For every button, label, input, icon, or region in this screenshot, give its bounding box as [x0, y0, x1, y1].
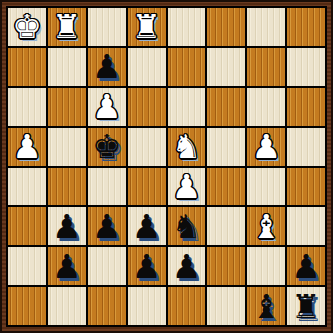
black-pawn[interactable]: ♟ [92, 50, 122, 83]
square-a2[interactable] [8, 247, 46, 285]
black-pawn[interactable]: ♟ [132, 250, 162, 283]
black-pawn[interactable]: ♟ [132, 210, 162, 243]
square-f5[interactable] [207, 128, 245, 166]
square-h3[interactable] [287, 207, 325, 245]
square-f1[interactable] [207, 287, 245, 325]
square-g6[interactable] [247, 88, 285, 126]
black-pawn[interactable]: ♟ [52, 210, 82, 243]
chess-board: ♚♜♜♟♟♟♚♞♟♟♟♟♟♞♝♟♟♟♟♝♜ [8, 8, 325, 325]
square-c8[interactable] [88, 8, 126, 46]
square-d4[interactable] [128, 168, 166, 206]
white-rook[interactable]: ♜ [52, 10, 82, 43]
white-pawn[interactable]: ♟ [12, 130, 42, 163]
square-b6[interactable] [48, 88, 86, 126]
square-b2[interactable]: ♟ [48, 247, 86, 285]
square-g3[interactable]: ♝ [247, 207, 285, 245]
square-d6[interactable] [128, 88, 166, 126]
square-c2[interactable] [88, 247, 126, 285]
square-f7[interactable] [207, 48, 245, 86]
square-f6[interactable] [207, 88, 245, 126]
black-pawn[interactable]: ♟ [291, 250, 321, 283]
square-h7[interactable] [287, 48, 325, 86]
square-g2[interactable] [247, 247, 285, 285]
white-king[interactable]: ♚ [12, 10, 42, 43]
square-c6[interactable]: ♟ [88, 88, 126, 126]
board-wood-frame: ♚♜♜♟♟♟♚♞♟♟♟♟♟♞♝♟♟♟♟♝♜ [2, 2, 331, 331]
black-king[interactable]: ♚ [92, 130, 122, 163]
square-c7[interactable]: ♟ [88, 48, 126, 86]
square-g7[interactable] [247, 48, 285, 86]
white-pawn[interactable]: ♟ [92, 90, 122, 123]
square-f3[interactable] [207, 207, 245, 245]
square-b1[interactable] [48, 287, 86, 325]
square-h5[interactable] [287, 128, 325, 166]
square-c1[interactable] [88, 287, 126, 325]
square-c3[interactable]: ♟ [88, 207, 126, 245]
square-d2[interactable]: ♟ [128, 247, 166, 285]
square-h2[interactable]: ♟ [287, 247, 325, 285]
square-b4[interactable] [48, 168, 86, 206]
square-e5[interactable]: ♞ [168, 128, 206, 166]
square-e2[interactable]: ♟ [168, 247, 206, 285]
square-h1[interactable]: ♜ [287, 287, 325, 325]
square-a5[interactable]: ♟ [8, 128, 46, 166]
square-a4[interactable] [8, 168, 46, 206]
black-rook[interactable]: ♜ [291, 290, 321, 323]
square-d8[interactable]: ♜ [128, 8, 166, 46]
white-rook[interactable]: ♜ [132, 10, 162, 43]
square-e6[interactable] [168, 88, 206, 126]
black-knight[interactable]: ♞ [172, 210, 202, 243]
square-h4[interactable] [287, 168, 325, 206]
square-f8[interactable] [207, 8, 245, 46]
black-pawn[interactable]: ♟ [52, 250, 82, 283]
board-frame: ♚♜♜♟♟♟♚♞♟♟♟♟♟♞♝♟♟♟♟♝♜ [0, 0, 333, 333]
black-pawn[interactable]: ♟ [92, 210, 122, 243]
square-e4[interactable]: ♟ [168, 168, 206, 206]
square-h6[interactable] [287, 88, 325, 126]
square-f2[interactable] [207, 247, 245, 285]
white-pawn[interactable]: ♟ [172, 170, 202, 203]
square-a8[interactable]: ♚ [8, 8, 46, 46]
square-h8[interactable] [287, 8, 325, 46]
square-d1[interactable] [128, 287, 166, 325]
square-b7[interactable] [48, 48, 86, 86]
square-e8[interactable] [168, 8, 206, 46]
square-g8[interactable] [247, 8, 285, 46]
square-a3[interactable] [8, 207, 46, 245]
white-knight[interactable]: ♞ [172, 130, 202, 163]
square-c4[interactable] [88, 168, 126, 206]
square-e1[interactable] [168, 287, 206, 325]
white-bishop[interactable]: ♝ [251, 210, 281, 243]
square-a7[interactable] [8, 48, 46, 86]
square-d7[interactable] [128, 48, 166, 86]
square-b3[interactable]: ♟ [48, 207, 86, 245]
square-g5[interactable]: ♟ [247, 128, 285, 166]
square-a1[interactable] [8, 287, 46, 325]
square-g4[interactable] [247, 168, 285, 206]
square-c5[interactable]: ♚ [88, 128, 126, 166]
square-e3[interactable]: ♞ [168, 207, 206, 245]
black-pawn[interactable]: ♟ [172, 250, 202, 283]
square-b5[interactable] [48, 128, 86, 166]
square-b8[interactable]: ♜ [48, 8, 86, 46]
board-inner-border: ♚♜♜♟♟♟♚♞♟♟♟♟♟♞♝♟♟♟♟♝♜ [6, 6, 327, 327]
square-d3[interactable]: ♟ [128, 207, 166, 245]
square-f4[interactable] [207, 168, 245, 206]
black-bishop[interactable]: ♝ [251, 290, 281, 323]
square-d5[interactable] [128, 128, 166, 166]
square-a6[interactable] [8, 88, 46, 126]
square-e7[interactable] [168, 48, 206, 86]
white-pawn[interactable]: ♟ [251, 130, 281, 163]
square-g1[interactable]: ♝ [247, 287, 285, 325]
